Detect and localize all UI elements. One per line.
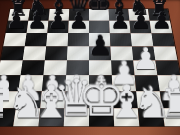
square-a6[interactable] [3, 33, 26, 46]
black-pawn-d7[interactable]: ♟ [69, 9, 89, 31]
square-c6[interactable] [46, 33, 68, 46]
square-g7[interactable]: ♟ [129, 21, 151, 33]
square-h7[interactable]: ♟ [150, 21, 173, 33]
square-b6[interactable] [25, 33, 48, 46]
square-e8[interactable]: ♚ [89, 9, 109, 21]
black-pawn-e5[interactable]: ♟ [88, 32, 112, 59]
square-h1[interactable]: ♜ [162, 108, 180, 126]
square-f7[interactable]: ♟ [109, 21, 130, 33]
black-pawn-b7[interactable]: ♟ [27, 9, 47, 31]
square-b5[interactable] [23, 46, 46, 60]
square-a7[interactable]: ♟ [6, 21, 29, 33]
chess-app-screenshot: ♜♞♝♛♚♝♞♜♟♟♟♟♟♟♟♟♟♟♟♟♟♟♟♟♜♞♝♛♚♝♞♜ [0, 0, 180, 135]
black-pawn-f7[interactable]: ♟ [110, 9, 130, 31]
square-d6[interactable] [68, 33, 89, 46]
square-d5[interactable] [67, 46, 89, 60]
black-pawn-a7[interactable]: ♟ [6, 9, 26, 31]
chess-board: ♜♞♝♛♚♝♞♜♟♟♟♟♟♟♟♟♟♟♟♟♟♟♟♟♜♞♝♛♚♝♞♜ [0, 9, 180, 126]
square-e5[interactable]: ♟ [89, 46, 111, 60]
white-rook-h1[interactable]: ♜ [159, 84, 180, 124]
square-f6[interactable] [110, 33, 132, 46]
square-c7[interactable]: ♟ [47, 21, 68, 33]
square-d7[interactable]: ♟ [68, 21, 89, 33]
square-c5[interactable] [45, 46, 68, 60]
board-frame: ♜♞♝♛♚♝♞♜♟♟♟♟♟♟♟♟♟♟♟♟♟♟♟♟♜♞♝♛♚♝♞♜ [0, 0, 180, 135]
square-a5[interactable] [1, 46, 25, 60]
black-pawn-c7[interactable]: ♟ [48, 9, 68, 31]
square-b7[interactable]: ♟ [27, 21, 49, 33]
black-pawn-h7[interactable]: ♟ [152, 9, 172, 31]
scene-background: ♜♞♝♛♚♝♞♜♟♟♟♟♟♟♟♟♟♟♟♟♟♟♟♟♜♞♝♛♚♝♞♜ [0, 0, 180, 135]
black-pawn-g7[interactable]: ♟ [131, 9, 151, 31]
